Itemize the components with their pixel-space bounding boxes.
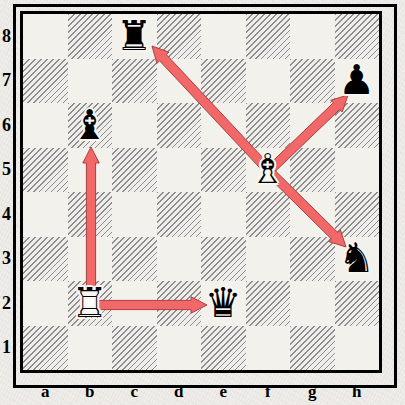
square-g6[interactable]: [290, 103, 335, 148]
square-a8[interactable]: [23, 14, 68, 59]
file-label-f: f: [246, 381, 291, 403]
rank-label-5: 5: [0, 148, 13, 193]
square-g3[interactable]: [290, 237, 335, 282]
square-b5[interactable]: [68, 148, 113, 193]
square-g5[interactable]: [290, 148, 335, 193]
square-f1[interactable]: [246, 326, 291, 371]
square-b8[interactable]: [68, 14, 113, 59]
file-labels: abcdefgh: [23, 381, 379, 403]
rank-label-6: 6: [0, 103, 13, 148]
square-f2[interactable]: [246, 281, 291, 326]
square-e1[interactable]: [201, 326, 246, 371]
piece-black-pawn-h7[interactable]: ♟: [335, 59, 380, 104]
square-e7[interactable]: [201, 59, 246, 104]
piece-white-rook-b2[interactable]: ♜♖: [68, 281, 113, 326]
square-d5[interactable]: [157, 148, 202, 193]
file-label-d: d: [157, 381, 202, 403]
black-knight-icon: ♞: [335, 237, 380, 282]
square-f7[interactable]: [246, 59, 291, 104]
square-h6[interactable]: [335, 103, 380, 148]
square-h5[interactable]: [335, 148, 380, 193]
square-a5[interactable]: [23, 148, 68, 193]
square-b1[interactable]: [68, 326, 113, 371]
file-label-h: h: [335, 381, 380, 403]
square-e4[interactable]: [201, 192, 246, 237]
piece-black-bishop-b6[interactable]: ♝: [68, 103, 113, 148]
square-h4[interactable]: [335, 192, 380, 237]
rank-label-4: 4: [0, 192, 13, 237]
piece-black-knight-h3[interactable]: ♞: [335, 237, 380, 282]
square-d6[interactable]: [157, 103, 202, 148]
square-e3[interactable]: [201, 237, 246, 282]
square-h2[interactable]: [335, 281, 380, 326]
rank-label-2: 2: [0, 281, 13, 326]
square-g7[interactable]: [290, 59, 335, 104]
rank-labels: 87654321: [0, 14, 13, 370]
square-g4[interactable]: [290, 192, 335, 237]
square-a1[interactable]: [23, 326, 68, 371]
rank-label-8: 8: [0, 14, 13, 59]
square-b3[interactable]: [68, 237, 113, 282]
black-pawn-icon: ♟: [335, 59, 380, 104]
square-d1[interactable]: [157, 326, 202, 371]
square-c1[interactable]: [112, 326, 157, 371]
square-d4[interactable]: [157, 192, 202, 237]
square-b7[interactable]: [68, 59, 113, 104]
square-c7[interactable]: [112, 59, 157, 104]
rank-label-7: 7: [0, 59, 13, 104]
square-d2[interactable]: [157, 281, 202, 326]
piece-white-bishop-f5[interactable]: ♝♗: [246, 148, 291, 193]
square-c3[interactable]: [112, 237, 157, 282]
black-queen-icon: ♛: [201, 281, 246, 326]
file-label-e: e: [201, 381, 246, 403]
file-label-b: b: [68, 381, 113, 403]
square-a4[interactable]: [23, 192, 68, 237]
square-d3[interactable]: [157, 237, 202, 282]
square-f4[interactable]: [246, 192, 291, 237]
black-rook-icon: ♜: [112, 14, 157, 59]
square-b4[interactable]: [68, 192, 113, 237]
square-f8[interactable]: [246, 14, 291, 59]
square-e6[interactable]: [201, 103, 246, 148]
square-e5[interactable]: [201, 148, 246, 193]
file-label-c: c: [112, 381, 157, 403]
square-d8[interactable]: [157, 14, 202, 59]
square-d7[interactable]: [157, 59, 202, 104]
square-g2[interactable]: [290, 281, 335, 326]
piece-black-queen-e2[interactable]: ♛: [201, 281, 246, 326]
square-c6[interactable]: [112, 103, 157, 148]
square-g1[interactable]: [290, 326, 335, 371]
file-label-a: a: [23, 381, 68, 403]
square-g8[interactable]: [290, 14, 335, 59]
piece-black-rook-c8[interactable]: ♜: [112, 14, 157, 59]
white-rook-icon: ♖: [68, 281, 113, 326]
square-a2[interactable]: [23, 281, 68, 326]
square-c5[interactable]: [112, 148, 157, 193]
square-h8[interactable]: [335, 14, 380, 59]
square-f3[interactable]: [246, 237, 291, 282]
rank-label-1: 1: [0, 326, 13, 371]
square-a7[interactable]: [23, 59, 68, 104]
square-a6[interactable]: [23, 103, 68, 148]
file-label-g: g: [290, 381, 335, 403]
white-bishop-icon: ♗: [246, 148, 291, 193]
square-h1[interactable]: [335, 326, 380, 371]
square-e8[interactable]: [201, 14, 246, 59]
rank-label-3: 3: [0, 237, 13, 282]
black-bishop-icon: ♝: [68, 103, 113, 148]
square-f6[interactable]: [246, 103, 291, 148]
square-a3[interactable]: [23, 237, 68, 282]
square-c2[interactable]: [112, 281, 157, 326]
square-c4[interactable]: [112, 192, 157, 237]
